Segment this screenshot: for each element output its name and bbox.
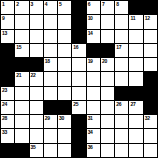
blocked-cell xyxy=(144,87,157,100)
crossword-cell[interactable] xyxy=(15,87,28,100)
crossword-cell[interactable] xyxy=(129,129,142,142)
blocked-cell xyxy=(1,72,14,85)
blocked-cell xyxy=(129,87,142,100)
clue-number: 10 xyxy=(88,15,93,21)
blocked-cell xyxy=(129,1,142,14)
crossword-cell[interactable]: 28 xyxy=(1,115,14,128)
clue-number: 2 xyxy=(16,1,18,7)
crossword-cell[interactable] xyxy=(129,115,142,128)
crossword-cell[interactable] xyxy=(144,30,157,43)
clue-number: 25 xyxy=(73,101,78,107)
crossword-cell[interactable] xyxy=(101,30,114,43)
crossword-cell[interactable]: 18 xyxy=(44,58,57,71)
crossword-cell[interactable] xyxy=(30,115,43,128)
blocked-cell xyxy=(1,44,14,57)
clue-number: 11 xyxy=(130,15,135,21)
crossword-cell[interactable] xyxy=(72,87,85,100)
crossword-cell[interactable] xyxy=(58,129,71,142)
blocked-cell xyxy=(101,44,114,57)
crossword-cell[interactable]: 20 xyxy=(101,58,114,71)
crossword-cell[interactable] xyxy=(144,58,157,71)
crossword-cell[interactable] xyxy=(129,72,142,85)
crossword-cell[interactable] xyxy=(115,58,128,71)
crossword-cell[interactable] xyxy=(144,129,157,142)
crossword-cell[interactable]: 5 xyxy=(58,1,71,14)
clue-number: 19 xyxy=(88,58,93,64)
clue-number: 13 xyxy=(2,30,7,36)
clue-number: 8 xyxy=(116,1,118,7)
crossword-cell[interactable]: 26 xyxy=(115,101,128,114)
blocked-cell xyxy=(72,144,85,157)
blocked-cell xyxy=(72,115,85,128)
crossword-cell[interactable] xyxy=(87,87,100,100)
clue-number: 34 xyxy=(88,129,93,135)
crossword-cell[interactable]: 8 xyxy=(115,1,128,14)
crossword-cell[interactable]: 22 xyxy=(30,72,43,85)
crossword-cell[interactable]: 16 xyxy=(72,44,85,57)
clue-number: 18 xyxy=(45,58,50,64)
crossword-cell[interactable]: 14 xyxy=(87,30,100,43)
clue-number: 27 xyxy=(130,101,135,107)
crossword-cell[interactable]: 13 xyxy=(1,30,14,43)
crossword-cell[interactable] xyxy=(44,44,57,57)
crossword-cell[interactable]: 3 xyxy=(30,1,43,14)
clue-number: 29 xyxy=(45,115,50,121)
crossword-cell[interactable] xyxy=(101,72,114,85)
crossword-cell[interactable]: 33 xyxy=(1,129,14,142)
blocked-cell xyxy=(72,129,85,142)
crossword-cell[interactable]: 29 xyxy=(44,115,57,128)
crossword-cell[interactable] xyxy=(44,129,57,142)
clue-number: 32 xyxy=(145,115,150,121)
crossword-cell[interactable] xyxy=(44,72,57,85)
crossword-cell[interactable] xyxy=(30,15,43,28)
crossword-cell[interactable] xyxy=(72,58,85,71)
crossword-cell[interactable]: 4 xyxy=(44,1,57,14)
crossword-cell[interactable] xyxy=(144,44,157,57)
crossword-cell[interactable] xyxy=(58,30,71,43)
crossword-cell[interactable] xyxy=(129,144,142,157)
crossword-cell[interactable] xyxy=(30,30,43,43)
crossword-cell[interactable] xyxy=(44,30,57,43)
crossword-cell[interactable] xyxy=(101,15,114,28)
crossword-cell[interactable] xyxy=(115,144,128,157)
crossword-cell[interactable]: 2 xyxy=(15,1,28,14)
crossword-cell[interactable] xyxy=(101,101,114,114)
crossword-cell[interactable]: 21 xyxy=(15,72,28,85)
crossword-cell[interactable] xyxy=(15,15,28,28)
blocked-cell xyxy=(115,87,128,100)
blocked-cell xyxy=(87,44,100,57)
crossword-cell[interactable] xyxy=(115,129,128,142)
crossword-cell[interactable]: 12 xyxy=(144,15,157,28)
blocked-cell xyxy=(30,58,43,71)
crossword-cell[interactable] xyxy=(87,72,100,85)
blocked-cell xyxy=(72,15,85,28)
crossword-cell[interactable]: 23 xyxy=(1,87,14,100)
crossword-cell[interactable] xyxy=(44,87,57,100)
clue-number: 7 xyxy=(102,1,104,7)
crossword-cell[interactable] xyxy=(30,44,43,57)
clue-number: 12 xyxy=(145,15,150,21)
crossword-cell[interactable] xyxy=(15,101,28,114)
blocked-cell xyxy=(1,144,14,157)
clue-number: 9 xyxy=(2,15,4,21)
crossword-cell[interactable]: 17 xyxy=(115,44,128,57)
crossword-cell[interactable] xyxy=(30,87,43,100)
crossword-cell[interactable]: 11 xyxy=(129,15,142,28)
crossword-grid: 1234567891011121314151617181920212223242… xyxy=(0,0,158,158)
crossword-cell[interactable] xyxy=(115,115,128,128)
clue-number: 26 xyxy=(116,101,121,107)
crossword-cell[interactable] xyxy=(44,15,57,28)
clue-number: 36 xyxy=(88,144,93,150)
crossword-cell[interactable]: 27 xyxy=(129,101,142,114)
clue-number: 21 xyxy=(16,72,21,78)
clue-number: 17 xyxy=(116,44,121,50)
clue-number: 5 xyxy=(59,1,61,7)
crossword-cell[interactable] xyxy=(101,87,114,100)
clue-number: 3 xyxy=(31,1,33,7)
crossword-cell[interactable] xyxy=(58,58,71,71)
crossword-cell[interactable] xyxy=(101,115,114,128)
crossword-cell[interactable]: 36 xyxy=(87,144,100,157)
crossword-cell[interactable]: 7 xyxy=(101,1,114,14)
crossword-cell[interactable] xyxy=(129,58,142,71)
crossword-cell[interactable] xyxy=(15,30,28,43)
crossword-cell[interactable] xyxy=(115,72,128,85)
crossword-cell[interactable] xyxy=(115,15,128,28)
crossword-cell[interactable] xyxy=(58,144,71,157)
crossword-cell[interactable]: 35 xyxy=(30,144,43,157)
crossword-cell[interactable] xyxy=(72,72,85,85)
blocked-cell xyxy=(15,58,28,71)
crossword-cell[interactable] xyxy=(15,115,28,128)
clue-number: 4 xyxy=(45,1,47,7)
blocked-cell xyxy=(1,58,14,71)
crossword-cell[interactable] xyxy=(115,30,128,43)
blocked-cell xyxy=(44,101,57,114)
crossword-cell[interactable] xyxy=(129,30,142,43)
clue-number: 15 xyxy=(16,44,21,50)
blocked-cell xyxy=(144,1,157,14)
crossword-cell[interactable]: 25 xyxy=(72,101,85,114)
crossword-cell[interactable] xyxy=(30,101,43,114)
crossword-cell[interactable] xyxy=(129,44,142,57)
crossword-cell[interactable]: 31 xyxy=(87,115,100,128)
clue-number: 31 xyxy=(88,115,93,121)
clue-number: 28 xyxy=(2,115,7,121)
clue-number: 33 xyxy=(2,129,7,135)
crossword-cell[interactable]: 10 xyxy=(87,15,100,28)
crossword-cell[interactable]: 6 xyxy=(87,1,100,14)
clue-number: 16 xyxy=(73,44,78,50)
crossword-cell[interactable] xyxy=(30,129,43,142)
crossword-cell[interactable]: 19 xyxy=(87,58,100,71)
crossword-cell[interactable]: 24 xyxy=(1,101,14,114)
blocked-cell xyxy=(144,72,157,85)
clue-number: 23 xyxy=(2,87,7,93)
crossword-cell[interactable] xyxy=(101,144,114,157)
clue-number: 22 xyxy=(31,72,36,78)
blocked-cell xyxy=(144,101,157,114)
crossword-cell[interactable] xyxy=(15,129,28,142)
blocked-cell xyxy=(72,30,85,43)
crossword-cell[interactable]: 30 xyxy=(58,115,71,128)
crossword-cell[interactable]: 9 xyxy=(1,15,14,28)
blocked-cell xyxy=(15,144,28,157)
clue-number: 24 xyxy=(2,101,7,107)
clue-number: 6 xyxy=(88,1,90,7)
crossword-cell[interactable] xyxy=(101,129,114,142)
crossword-cell[interactable] xyxy=(58,44,71,57)
crossword-cell[interactable]: 1 xyxy=(1,1,14,14)
clue-number: 35 xyxy=(31,144,36,150)
clue-number: 30 xyxy=(59,115,64,121)
clue-number: 14 xyxy=(88,30,93,36)
crossword-cell[interactable] xyxy=(58,15,71,28)
crossword-cell[interactable] xyxy=(87,101,100,114)
clue-number: 1 xyxy=(2,1,4,7)
clue-number: 20 xyxy=(102,58,107,64)
crossword-cell[interactable] xyxy=(144,144,157,157)
blocked-cell xyxy=(72,1,85,14)
crossword-cell[interactable]: 34 xyxy=(87,129,100,142)
crossword-cell[interactable]: 15 xyxy=(15,44,28,57)
crossword-cell[interactable] xyxy=(44,144,57,157)
crossword-cell[interactable] xyxy=(58,72,71,85)
crossword-cell[interactable]: 32 xyxy=(144,115,157,128)
blocked-cell xyxy=(58,101,71,114)
crossword-cell[interactable] xyxy=(58,87,71,100)
